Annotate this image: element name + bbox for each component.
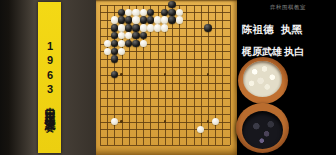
stone-black — [111, 40, 118, 47]
stone-black — [168, 9, 175, 16]
grid-line — [100, 129, 230, 130]
event-banner: 1963中日围棋交流赛 — [38, 2, 61, 153]
grid-line — [100, 98, 230, 99]
stone-white — [161, 24, 168, 31]
grid-line — [186, 5, 187, 145]
stone-white — [140, 24, 147, 31]
stone-white — [104, 40, 111, 47]
white-stone-bowl — [238, 57, 288, 104]
stone-white — [132, 9, 139, 16]
stone-white — [140, 9, 147, 16]
black-stone-bowl-opening — [242, 111, 283, 149]
grid-line — [172, 5, 173, 145]
grid-line — [179, 5, 180, 145]
stone-black — [111, 55, 118, 62]
stone-black — [147, 9, 154, 16]
star-point — [120, 120, 123, 123]
stone-white — [104, 48, 111, 55]
star-point — [120, 73, 123, 76]
stone-white — [147, 24, 154, 31]
star-point — [207, 73, 210, 76]
star-point — [164, 73, 167, 76]
stone-white — [140, 40, 147, 47]
stone-white — [212, 118, 219, 125]
stone-black — [111, 32, 118, 39]
black-stone-bowl — [236, 103, 289, 153]
stone-black — [132, 40, 139, 47]
star-point — [164, 120, 167, 123]
stone-white — [111, 118, 118, 125]
stone-white — [176, 9, 183, 16]
stone-black — [111, 24, 118, 31]
grid-line — [100, 90, 230, 91]
player-black-row: 陈祖德 执黑 — [242, 23, 302, 37]
stone-black — [132, 32, 139, 39]
player-white-role: 执白 — [284, 45, 304, 59]
player-black-name: 陈祖德 — [242, 23, 274, 37]
stone-black — [111, 71, 118, 78]
grid-line — [194, 5, 195, 145]
grid-line — [230, 5, 231, 145]
stone-black — [147, 16, 154, 23]
stone-white — [176, 16, 183, 23]
watermark-text: 弈秋围棋教室 — [253, 4, 323, 11]
player-white-row: 梶原武雄 执白 — [242, 45, 304, 59]
stone-white — [197, 126, 204, 133]
grid-line — [100, 83, 230, 84]
grid-line — [100, 114, 230, 115]
grid-line — [201, 5, 202, 145]
grid-line — [100, 145, 230, 146]
white-stone-bowl-opening — [243, 61, 282, 97]
stone-black — [140, 16, 147, 23]
video-frame: 1963中日围棋交流赛 弈秋围棋教室 陈祖德 执黑 梶原武雄 执白 — [0, 0, 336, 155]
info-panel: 弈秋围棋教室 陈祖德 执黑 梶原武雄 执白 — [237, 0, 336, 155]
stone-white — [118, 48, 125, 55]
go-board — [96, 0, 237, 155]
stone-black — [111, 48, 118, 55]
grid-line — [100, 106, 230, 107]
player-black-role: 执黑 — [281, 23, 302, 37]
stone-black — [132, 24, 139, 31]
stone-white — [111, 16, 118, 23]
grid-line — [222, 5, 223, 145]
stone-black — [168, 16, 175, 23]
grid-line — [100, 137, 230, 138]
stone-black — [140, 32, 147, 39]
stone-white — [132, 16, 139, 23]
stone-black — [204, 24, 211, 31]
stone-black — [168, 1, 175, 8]
